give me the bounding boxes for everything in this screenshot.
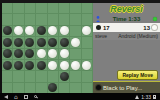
battery-icon [153, 95, 156, 99]
black-stone [3, 61, 12, 70]
board-cell[interactable] [36, 49, 46, 59]
board-cell[interactable] [59, 26, 69, 36]
black-stone-icon [96, 25, 101, 30]
white-stone [37, 49, 46, 58]
system-tray[interactable]: 1:33 [135, 94, 156, 100]
black-score-group: 17 [96, 25, 143, 31]
board-cell[interactable] [13, 83, 23, 93]
white-stone [60, 49, 69, 58]
board-cell[interactable] [59, 83, 69, 93]
white-stone [60, 26, 69, 35]
black-stone [14, 38, 23, 47]
board-cell[interactable] [13, 60, 23, 70]
black-player-name: steve [95, 33, 107, 39]
search-icon[interactable] [34, 95, 38, 99]
board-cell[interactable] [13, 26, 23, 36]
white-stone [71, 61, 80, 70]
app-screen: Reversi Time 1:33 17 13 steve Android (M… [0, 0, 160, 100]
black-stone [37, 61, 46, 70]
board-cell[interactable] [25, 3, 35, 13]
board-cell[interactable] [70, 3, 80, 13]
black-stone [3, 26, 12, 35]
board-cell[interactable] [70, 37, 80, 47]
panel-spacer [93, 40, 160, 70]
board-cell[interactable] [25, 37, 35, 47]
board-cell[interactable] [2, 37, 12, 47]
board-cell[interactable] [82, 83, 92, 93]
board-cell[interactable] [82, 60, 92, 70]
black-stone [60, 72, 69, 81]
board-cell[interactable] [70, 71, 80, 81]
board-cell[interactable] [70, 14, 80, 24]
game-status-bar: Black to Play... [93, 81, 160, 93]
black-stone [25, 61, 34, 70]
board-cell[interactable] [36, 14, 46, 24]
board [2, 3, 93, 93]
board-cell[interactable] [48, 49, 58, 59]
black-stone [60, 38, 69, 47]
board-cell[interactable] [25, 60, 35, 70]
board-cell[interactable] [82, 71, 92, 81]
white-stone [60, 61, 69, 70]
black-stone [37, 38, 46, 47]
white-stone [25, 26, 34, 35]
black-stone [25, 49, 34, 58]
white-stone [82, 26, 91, 35]
black-score: 17 [103, 25, 110, 31]
board-cell[interactable] [36, 83, 46, 93]
board-cell[interactable] [2, 71, 12, 81]
board-cell[interactable] [48, 14, 58, 24]
board-cell[interactable] [70, 26, 80, 36]
white-score-group: 13 [143, 25, 157, 31]
board-cell[interactable] [2, 49, 12, 59]
board-cell[interactable] [82, 26, 92, 36]
board-cell[interactable] [82, 3, 92, 13]
board-cell[interactable] [48, 60, 58, 70]
board-cell[interactable] [59, 60, 69, 70]
recents-icon[interactable] [24, 95, 28, 99]
board-cell[interactable] [48, 71, 58, 81]
board-cell[interactable] [59, 71, 69, 81]
board-cell[interactable] [70, 49, 80, 59]
board-cell[interactable] [82, 37, 92, 47]
board-cell[interactable] [36, 37, 46, 47]
board-cell[interactable] [48, 26, 58, 36]
game-timer: Time 1:33 [100, 16, 153, 22]
board-cell[interactable] [2, 26, 12, 36]
white-stone [14, 26, 23, 35]
white-stone [82, 61, 91, 70]
board-cell[interactable] [2, 14, 12, 24]
board-cell[interactable] [36, 26, 46, 36]
signal-icon [135, 95, 139, 99]
black-stone [48, 38, 57, 47]
board-cell[interactable] [70, 83, 80, 93]
board-cell[interactable] [25, 71, 35, 81]
board-cell[interactable] [82, 14, 92, 24]
white-stone-icon [152, 25, 157, 30]
board-cell[interactable] [59, 14, 69, 24]
black-to-play-icon [96, 85, 101, 90]
board-cell[interactable] [82, 49, 92, 59]
app-logo: Reversi [93, 3, 160, 14]
white-stone [71, 38, 80, 47]
player-names-row: steve Android (Medium) [93, 32, 160, 40]
time-row: Time 1:33 [93, 14, 160, 23]
board-cell[interactable] [48, 83, 58, 93]
board-cell[interactable] [13, 3, 23, 13]
board-cell[interactable] [25, 26, 35, 36]
white-score: 13 [143, 25, 150, 31]
score-bar: 17 13 [93, 23, 160, 32]
home-icon[interactable]: ⌂ [14, 94, 18, 99]
system-clock: 1:33 [141, 94, 151, 100]
black-stone [3, 49, 12, 58]
board-cell[interactable] [59, 3, 69, 13]
board-cell[interactable] [13, 14, 23, 24]
black-stone [14, 49, 23, 58]
board-cell[interactable] [36, 71, 46, 81]
board-cell[interactable] [25, 14, 35, 24]
turn-indicator-icon [153, 17, 157, 21]
black-stone [25, 38, 34, 47]
board-cell[interactable] [36, 60, 46, 70]
replay-move-button[interactable]: Replay Move [117, 70, 158, 80]
back-icon[interactable] [4, 95, 8, 99]
board-cell[interactable] [48, 3, 58, 13]
board-cell[interactable] [13, 37, 23, 47]
side-panel: Reversi Time 1:33 17 13 steve Android (M… [93, 3, 160, 93]
board-cell[interactable] [2, 3, 12, 13]
status-text: Black to Play... [103, 85, 142, 91]
board-cell[interactable] [25, 83, 35, 93]
board-cell[interactable] [59, 49, 69, 59]
board-cell[interactable] [2, 83, 12, 93]
board-cell[interactable] [48, 37, 58, 47]
white-stone [48, 26, 57, 35]
white-stone [48, 49, 57, 58]
white-stone [48, 61, 57, 70]
black-stone [48, 83, 57, 92]
board-cell[interactable] [36, 3, 46, 13]
board-cell[interactable] [2, 60, 12, 70]
board-cell[interactable] [25, 49, 35, 59]
board-cell[interactable] [59, 37, 69, 47]
white-player-name: Android (Medium) [118, 33, 158, 39]
search-handle [36, 96, 38, 98]
board-cell[interactable] [70, 60, 80, 70]
android-navbar: ⌂ 1:33 [0, 93, 160, 100]
black-stone [3, 38, 12, 47]
board-cell[interactable] [13, 49, 23, 59]
black-stone [37, 26, 46, 35]
board-cell[interactable] [13, 71, 23, 81]
black-stone [14, 61, 23, 70]
